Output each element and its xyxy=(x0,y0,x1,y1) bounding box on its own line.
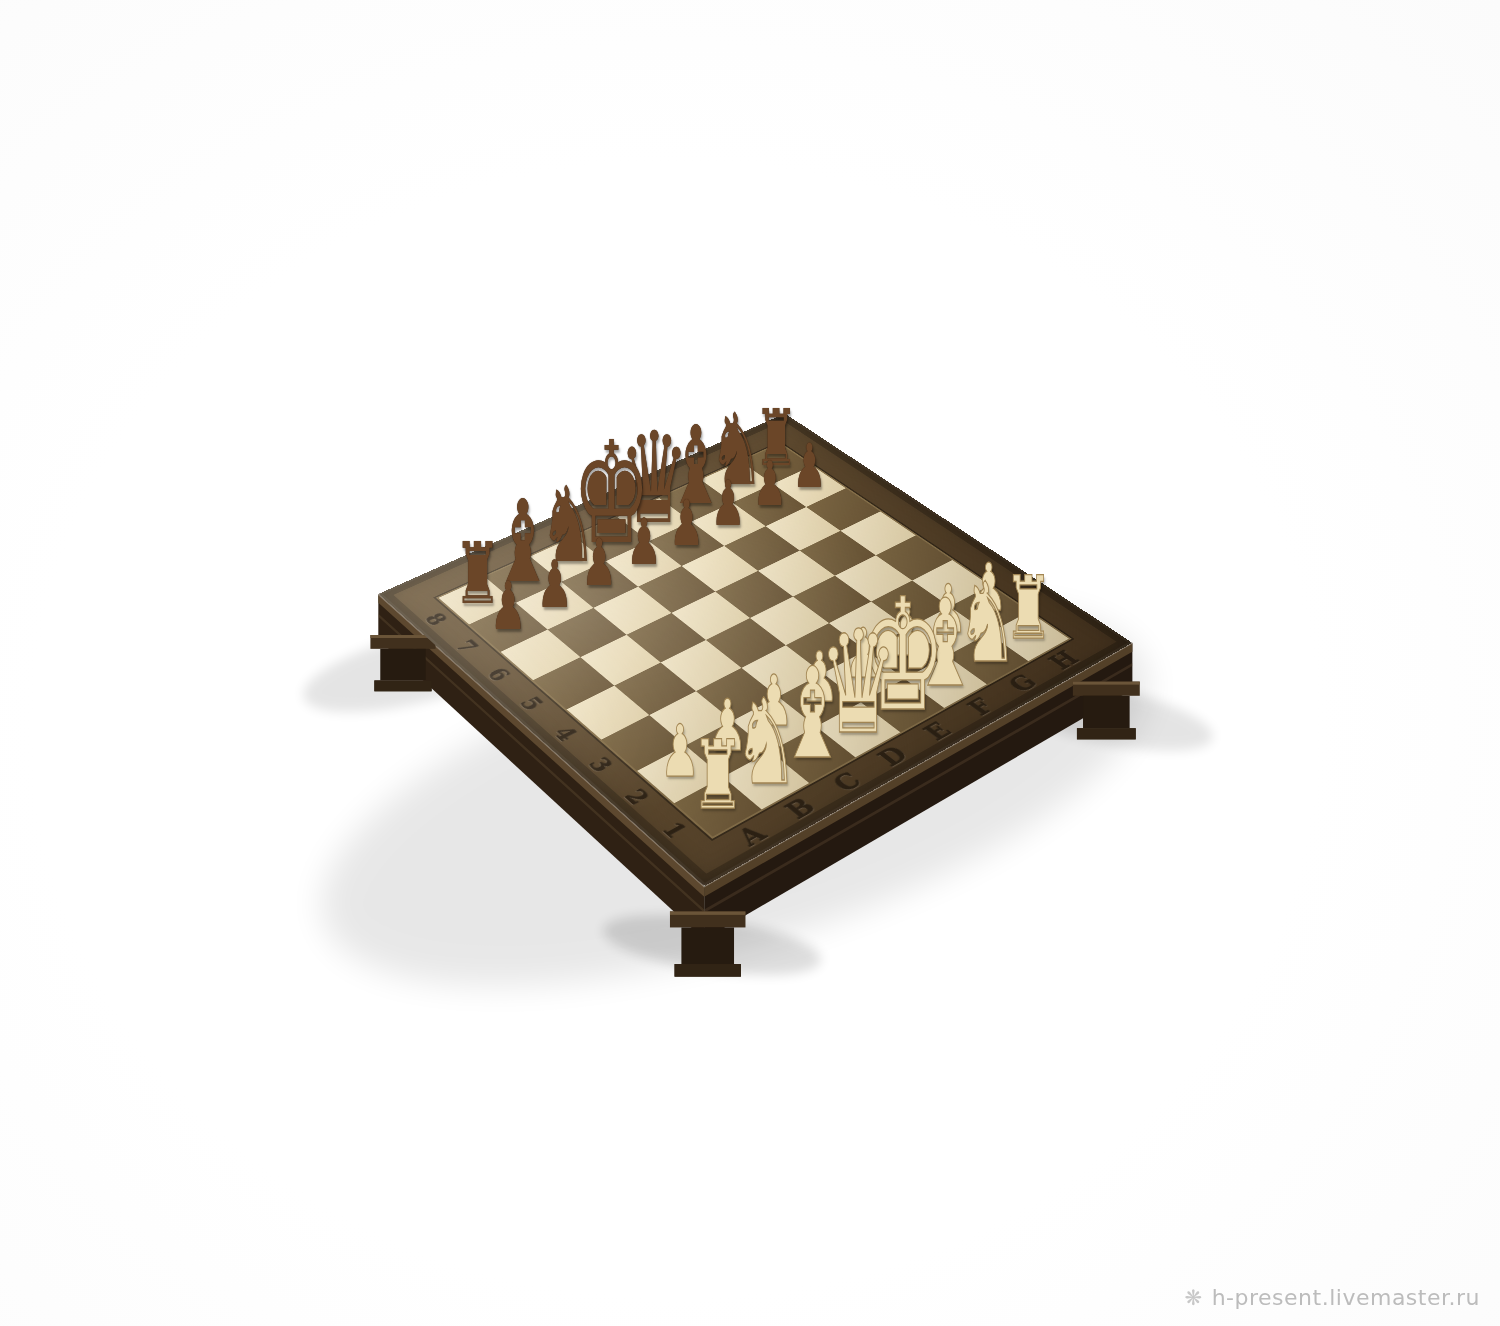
watermark: ❋ h-present.livemaster.ru xyxy=(1185,1285,1480,1310)
board-top-face: ABCDEFGH12345678 xyxy=(378,414,1132,887)
board-grid xyxy=(439,444,1069,837)
watermark-text: h-present.livemaster.ru xyxy=(1212,1285,1480,1310)
photo-background: ABCDEFGH12345678 ♜♝♞♚♛♝♞♜♟♟♟♟♟♟♟♟♟♟♟♟♟♟♟… xyxy=(0,0,1500,1326)
flower-icon: ❋ xyxy=(1185,1286,1203,1310)
